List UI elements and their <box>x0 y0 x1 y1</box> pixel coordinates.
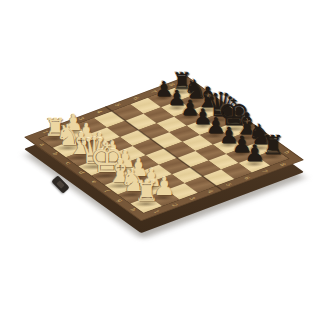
rank-label: 3 <box>188 197 196 201</box>
rank-label: 6 <box>131 96 139 100</box>
file-label: c <box>64 161 72 165</box>
rank-label: 6 <box>242 176 250 180</box>
file-label: h <box>128 208 137 212</box>
rank-label: 7 <box>260 169 268 173</box>
file-label: g <box>115 199 123 203</box>
rank-label: 5 <box>224 183 232 187</box>
rank-label: 1 <box>151 210 159 214</box>
file-label: f <box>102 189 109 192</box>
file-label: a <box>38 143 46 147</box>
rank-label: 4 <box>95 110 103 114</box>
rank-label: 5 <box>113 103 121 107</box>
white-rook-h1[interactable]: ♜ <box>132 178 160 206</box>
rank-label: 4 <box>206 190 214 194</box>
file-label: d <box>76 171 84 175</box>
chess-set-photo: aa88bb77cc66dd55ee44ff33gg22hh11 ♜♞♝♛♚♝♞… <box>0 0 320 320</box>
rank-label: 2 <box>169 203 177 207</box>
rank-label: 8 <box>278 163 286 167</box>
black-pawn-h7[interactable]: ♟ <box>243 142 266 165</box>
file-label: b <box>51 152 59 156</box>
